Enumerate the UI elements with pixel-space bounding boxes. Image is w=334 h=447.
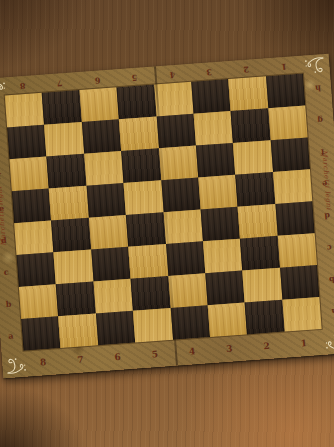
square-f6[interactable]	[84, 151, 124, 186]
square-e5[interactable]	[124, 180, 164, 215]
square-f8[interactable]	[9, 157, 49, 192]
square-c4[interactable]	[166, 241, 206, 276]
square-d5[interactable]	[126, 212, 166, 247]
square-e7[interactable]	[49, 186, 89, 221]
square-h6[interactable]	[79, 87, 119, 122]
coordinate-label: c	[326, 232, 333, 264]
coordinate-label: 4	[153, 69, 191, 80]
square-a7[interactable]	[58, 313, 98, 348]
square-g4[interactable]	[156, 114, 196, 149]
coordinate-label: 4	[173, 346, 211, 358]
coordinate-label: a	[330, 296, 334, 328]
square-g1[interactable]	[268, 106, 308, 141]
square-f7[interactable]	[47, 154, 87, 189]
coordinate-label: c	[3, 256, 10, 288]
square-h7[interactable]	[42, 90, 82, 125]
board-grid	[5, 74, 322, 351]
coordinate-label: g	[0, 128, 1, 160]
square-f3[interactable]	[196, 143, 236, 178]
square-a1[interactable]	[282, 297, 322, 332]
square-e2[interactable]	[235, 172, 275, 207]
square-h2[interactable]	[228, 76, 268, 111]
coordinate-label: g	[316, 104, 324, 136]
square-a6[interactable]	[96, 311, 136, 346]
chessboard: 87654321 87654321 hgfedcba hgfedcba Marc…	[0, 54, 334, 379]
square-a8[interactable]	[21, 316, 61, 351]
square-a5[interactable]	[133, 308, 173, 343]
square-c1[interactable]	[277, 233, 317, 268]
square-e6[interactable]	[86, 183, 126, 218]
coordinate-label: 7	[61, 354, 99, 366]
square-a2[interactable]	[245, 300, 285, 335]
square-c6[interactable]	[91, 247, 131, 282]
coordinate-label: h	[313, 72, 321, 104]
coordinate-label: 2	[227, 64, 265, 75]
square-d7[interactable]	[51, 218, 91, 253]
square-e8[interactable]	[12, 188, 52, 223]
square-c3[interactable]	[203, 239, 243, 274]
square-b4[interactable]	[168, 273, 208, 308]
square-d2[interactable]	[238, 204, 278, 239]
square-f2[interactable]	[233, 140, 273, 175]
square-c7[interactable]	[54, 250, 94, 285]
square-h3[interactable]	[191, 79, 231, 114]
square-d4[interactable]	[163, 209, 203, 244]
square-g2[interactable]	[231, 108, 271, 143]
photo-of-chessboard-on-table: 87654321 87654321 hgfedcba hgfedcba Marc…	[0, 0, 334, 447]
square-h5[interactable]	[117, 85, 157, 120]
square-d6[interactable]	[89, 215, 129, 250]
square-d3[interactable]	[200, 207, 240, 242]
square-b2[interactable]	[242, 268, 282, 303]
coordinate-label: a	[7, 320, 15, 352]
coordinate-label: 7	[41, 78, 79, 89]
corner-ornament-bottom-right	[322, 327, 334, 352]
square-d1[interactable]	[275, 201, 315, 236]
coordinate-label: 6	[78, 75, 116, 86]
square-c8[interactable]	[16, 252, 56, 287]
coordinate-label: 5	[136, 349, 174, 361]
square-f1[interactable]	[270, 137, 310, 172]
square-h4[interactable]	[154, 82, 194, 117]
square-b1[interactable]	[280, 265, 320, 300]
square-g3[interactable]	[193, 111, 233, 146]
square-f5[interactable]	[121, 148, 161, 183]
coordinate-label: b	[328, 264, 334, 296]
coordinate-label: 2	[248, 341, 286, 353]
square-g6[interactable]	[82, 119, 122, 154]
square-h8[interactable]	[5, 93, 45, 128]
square-b3[interactable]	[205, 271, 245, 306]
square-d8[interactable]	[14, 220, 54, 255]
square-b5[interactable]	[131, 276, 171, 311]
square-b8[interactable]	[19, 284, 59, 319]
coordinate-label: b	[5, 288, 13, 320]
coordinate-label: 8	[4, 80, 42, 91]
coordinate-label: 3	[190, 67, 228, 78]
square-a3[interactable]	[208, 302, 248, 337]
coordinate-label: 3	[211, 343, 249, 355]
coordinate-label: 5	[116, 72, 154, 83]
coordinate-label: 1	[285, 338, 323, 350]
square-e3[interactable]	[198, 175, 238, 210]
square-e4[interactable]	[161, 178, 201, 213]
square-g5[interactable]	[119, 116, 159, 151]
coordinate-label: 8	[24, 357, 62, 369]
square-c5[interactable]	[128, 244, 168, 279]
square-g7[interactable]	[44, 122, 84, 157]
square-b6[interactable]	[93, 279, 133, 314]
square-g8[interactable]	[7, 125, 47, 160]
square-a4[interactable]	[170, 305, 210, 340]
square-b7[interactable]	[56, 281, 96, 316]
square-e1[interactable]	[273, 169, 313, 204]
square-f4[interactable]	[159, 146, 199, 181]
coordinate-label: 6	[99, 352, 137, 364]
square-h1[interactable]	[266, 74, 306, 109]
square-c2[interactable]	[240, 236, 280, 271]
coordinate-label: 1	[265, 61, 303, 72]
